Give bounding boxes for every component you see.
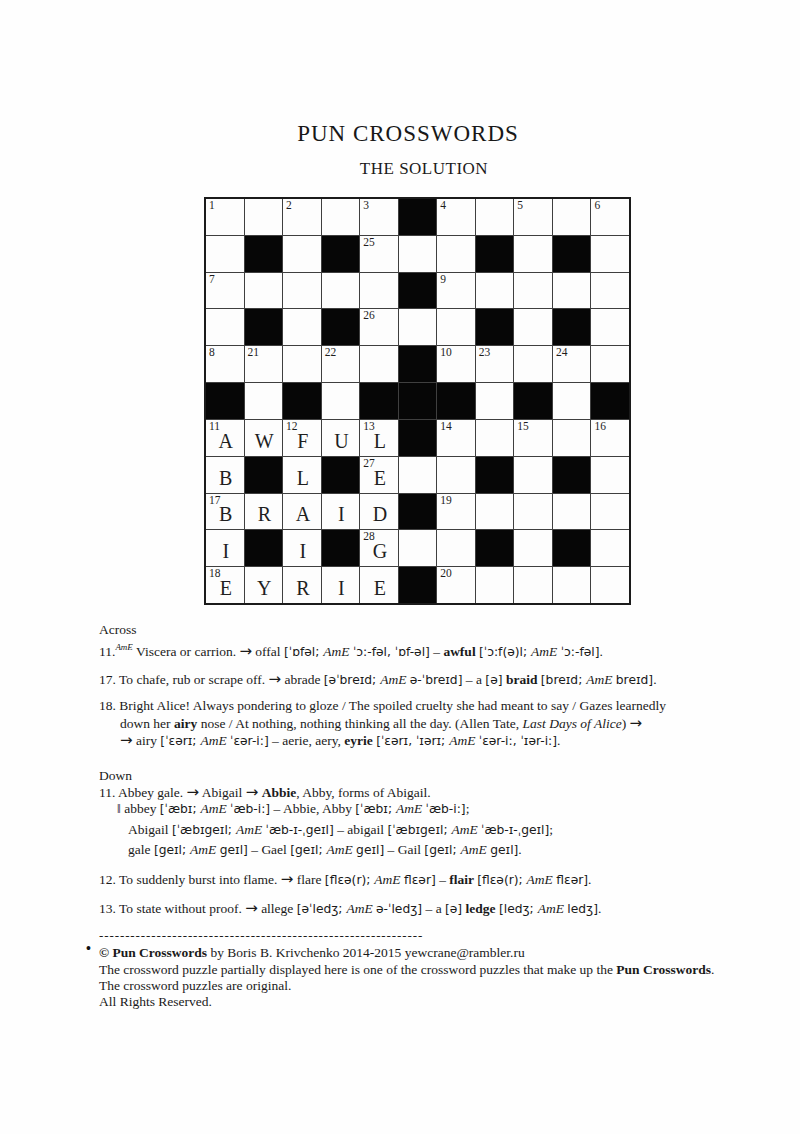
grid-cell-black: [245, 457, 283, 493]
grid-cell: [591, 494, 629, 530]
grid-cell: [476, 567, 514, 603]
grid-cell: I: [322, 567, 360, 603]
page-title: PUN CROSSWORDS: [8, 121, 800, 147]
down-section-label: Down: [99, 768, 132, 784]
grid-cell-black: [245, 530, 283, 566]
grid-cell: [360, 346, 398, 382]
grid-cell: [283, 346, 321, 382]
cell-letter: R: [245, 494, 283, 530]
grid-cell: [591, 346, 629, 382]
grid-cell: [476, 420, 514, 456]
grid-cell: [514, 530, 552, 566]
grid-cell: [437, 309, 475, 345]
grid-cell: U: [322, 420, 360, 456]
grid-cell: 5: [514, 199, 552, 235]
grid-cell: [591, 530, 629, 566]
grid-cell: 8: [206, 346, 244, 382]
grid-cell: 4: [437, 199, 475, 235]
cell-number: 7: [209, 273, 215, 286]
grid-cell: [206, 236, 244, 272]
cell-number: 24: [556, 346, 568, 359]
grid-cell: [514, 567, 552, 603]
grid-cell-black: [553, 530, 591, 566]
cell-number: 22: [325, 346, 337, 359]
dashed-divider: ----------------------------------------…: [99, 928, 423, 944]
grid-cell: [514, 494, 552, 530]
grid-cell: [514, 346, 552, 382]
grid-cell: [514, 273, 552, 309]
cell-letter: D: [360, 494, 398, 530]
clue-down-12: 12. To suddenly burst into flame. → flar…: [99, 871, 591, 888]
footer-bullet: •: [86, 941, 91, 957]
grid-cell: A: [283, 494, 321, 530]
grid-cell: [399, 309, 437, 345]
grid-cell: [591, 309, 629, 345]
cell-letter: I: [322, 494, 360, 530]
cell-letter: A: [206, 420, 244, 456]
grid-cell: 23: [476, 346, 514, 382]
grid-cell: [245, 273, 283, 309]
grid-cell: [476, 383, 514, 419]
grid-cell: 26: [360, 309, 398, 345]
grid-cell: [322, 199, 360, 235]
grid-cell: [245, 199, 283, 235]
cell-number: 23: [479, 346, 491, 359]
grid-cell: 22: [322, 346, 360, 382]
clue-across-18-line3: → airy [ˈɛərɪ; AmE ˈɛər-i:] – aerie, aer…: [120, 732, 560, 749]
grid-cell: 20: [437, 567, 475, 603]
grid-cell-black: [476, 309, 514, 345]
cell-number: 15: [517, 420, 529, 433]
grid-cell: 3: [360, 199, 398, 235]
grid-cell-black: [399, 494, 437, 530]
grid-cell-black: [553, 236, 591, 272]
grid-cell: [553, 494, 591, 530]
cell-number: 26: [363, 309, 375, 322]
clue-down-11-sub1: ‖ abbey [ˈæbɪ; AmE ˈæb-i:] – Abbie, Abby…: [117, 801, 469, 817]
grid-cell-black: [553, 309, 591, 345]
scanned-page: PUN CROSSWORDS THE SOLUTION 123456257926…: [0, 0, 800, 1134]
cell-letter: A: [283, 494, 321, 530]
grid-cell: 27E: [360, 457, 398, 493]
grid-cell: [360, 273, 398, 309]
grid-cell: [399, 530, 437, 566]
grid-cell: I: [283, 530, 321, 566]
grid-cell: [476, 273, 514, 309]
grid-cell: 6: [591, 199, 629, 235]
grid-cell: [591, 236, 629, 272]
grid-cell: [437, 236, 475, 272]
grid-cell: [437, 457, 475, 493]
cell-number: 16: [594, 420, 606, 433]
cell-number: 5: [517, 199, 523, 212]
grid-cell: 7: [206, 273, 244, 309]
grid-cell: 2: [283, 199, 321, 235]
clue-across-11: 11.AmE Viscera or carrion. → offal [ˈɒfə…: [99, 643, 603, 660]
grid-cell: B: [206, 457, 244, 493]
grid-cell: [591, 457, 629, 493]
cell-number: 3: [363, 199, 369, 212]
crossword-grid: 1234562579268212210232411AW12FU13L141516…: [204, 197, 631, 605]
cell-letter: E: [360, 567, 398, 603]
clue-down-11-sub3: gale [geɪl; AmE geɪl] – Gael [geɪl; AmE …: [128, 842, 522, 858]
cell-letter: L: [283, 457, 321, 493]
grid-cell-black: [591, 383, 629, 419]
grid-cell-black: [245, 309, 283, 345]
cell-number: 1: [209, 199, 215, 212]
grid-cell: 10: [437, 346, 475, 382]
cell-letter: Y: [245, 567, 283, 603]
grid-cell-black: [437, 383, 475, 419]
clue-down-13: 13. To state without proof. → allege [əˈ…: [99, 900, 601, 917]
grid-cell: [514, 309, 552, 345]
grid-cell: [591, 567, 629, 603]
cell-number: 14: [440, 420, 452, 433]
grid-cell: R: [245, 494, 283, 530]
grid-cell: [399, 236, 437, 272]
grid-cell-black: [476, 457, 514, 493]
cell-letter: E: [360, 457, 398, 493]
grid-cell: R: [283, 567, 321, 603]
grid-cell-black: [553, 457, 591, 493]
grid-cell-black: [245, 236, 283, 272]
grid-cell-black: [206, 383, 244, 419]
across-section-label: Across: [99, 622, 137, 638]
grid-cell-black: [360, 383, 398, 419]
grid-cell: 18E: [206, 567, 244, 603]
grid-cell: 11A: [206, 420, 244, 456]
page-subtitle: THE SOLUTION: [24, 159, 800, 179]
grid-cell: [283, 273, 321, 309]
cell-letter: L: [360, 420, 398, 456]
grid-cell-black: [322, 309, 360, 345]
clue-across-18-line2: down her airy nose / At nothing, nothing…: [120, 715, 642, 732]
cell-letter: R: [283, 567, 321, 603]
cell-number: 19: [440, 494, 452, 507]
grid-cell: W: [245, 420, 283, 456]
grid-cell-black: [322, 530, 360, 566]
grid-cell-black: [514, 383, 552, 419]
grid-cell: L: [283, 457, 321, 493]
grid-cell-black: [399, 199, 437, 235]
grid-cell: 28G: [360, 530, 398, 566]
grid-cell: [553, 273, 591, 309]
grid-cell: [553, 567, 591, 603]
grid-cell: E: [360, 567, 398, 603]
grid-cell: 1: [206, 199, 244, 235]
cell-letter: I: [322, 567, 360, 603]
footer-rights: All Rights Reserved.: [99, 994, 212, 1010]
cell-letter: U: [322, 420, 360, 456]
cell-letter: I: [283, 530, 321, 566]
cell-number: 21: [248, 346, 260, 359]
cell-number: 9: [440, 273, 446, 286]
cell-number: 20: [440, 567, 452, 580]
grid-cell: 16: [591, 420, 629, 456]
cell-letter: F: [283, 420, 321, 456]
grid-cell: [399, 457, 437, 493]
grid-cell: 14: [437, 420, 475, 456]
grid-cell: [322, 383, 360, 419]
grid-cell: 15: [514, 420, 552, 456]
grid-cell: 13L: [360, 420, 398, 456]
cell-number: 2: [286, 199, 292, 212]
grid-cell-black: [322, 236, 360, 272]
grid-cell: [553, 420, 591, 456]
grid-cell: [283, 309, 321, 345]
grid-cell: 9: [437, 273, 475, 309]
grid-cell: [476, 199, 514, 235]
clue-down-11-sub2: Abigail [ˈæbɪgeɪl; AmE ˈæb-ɪ-ˌgeɪl] – ab…: [128, 822, 553, 838]
grid-cell: [476, 494, 514, 530]
grid-cell: [553, 383, 591, 419]
cell-number: 8: [209, 346, 215, 359]
cell-letter: E: [206, 567, 244, 603]
grid-cell-black: [399, 273, 437, 309]
cell-letter: I: [206, 530, 244, 566]
grid-cell: [206, 309, 244, 345]
cell-number: 25: [363, 236, 375, 249]
grid-cell-black: [399, 567, 437, 603]
grid-cell: [245, 383, 283, 419]
grid-cell: [514, 457, 552, 493]
grid-cell: [514, 236, 552, 272]
grid-cell: I: [322, 494, 360, 530]
cell-number: 4: [440, 199, 446, 212]
grid-cell: [283, 236, 321, 272]
cell-letter: G: [360, 530, 398, 566]
cell-number: 10: [440, 346, 452, 359]
grid-cell: 17B: [206, 494, 244, 530]
grid-cell: 24: [553, 346, 591, 382]
grid-cell: [591, 273, 629, 309]
cell-letter: W: [245, 420, 283, 456]
grid-cell-black: [283, 383, 321, 419]
footer-note-1: The crossword puzzle partially displayed…: [99, 962, 714, 978]
clue-across-18-line1: 18. Bright Alice! Always pondering to gl…: [99, 698, 666, 714]
clue-down-11: 11. Abbey gale. → Abigail → Abbie, Abby,…: [99, 784, 431, 801]
footer-note-2: The crossword puzzles are original.: [99, 978, 291, 994]
grid-cell: [553, 199, 591, 235]
grid-cell-black: [476, 530, 514, 566]
grid-cell-black: [399, 346, 437, 382]
grid-cell-black: [399, 420, 437, 456]
grid-cell: [322, 273, 360, 309]
grid-cell: 21: [245, 346, 283, 382]
cell-letter: B: [206, 494, 244, 530]
grid-cell-black: [399, 383, 437, 419]
footer-copyright: © Pun Crosswords by Boris B. Krivchenko …: [99, 945, 525, 961]
grid-cell: 19: [437, 494, 475, 530]
grid-cell: 12F: [283, 420, 321, 456]
grid-cell: Y: [245, 567, 283, 603]
grid-cell-black: [476, 236, 514, 272]
grid-cell: 25: [360, 236, 398, 272]
grid-cell: I: [206, 530, 244, 566]
cell-letter: B: [206, 457, 244, 493]
grid-cell: D: [360, 494, 398, 530]
clue-across-17: 17. To chafe, rub or scrape off. → abrad…: [99, 671, 657, 688]
grid-cell-black: [322, 457, 360, 493]
cell-number: 6: [594, 199, 600, 212]
grid-cell: [437, 530, 475, 566]
